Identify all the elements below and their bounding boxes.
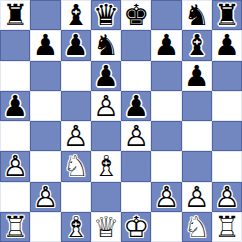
- square-b6[interactable]: [30, 61, 60, 91]
- square-d2[interactable]: [91, 182, 121, 212]
- piece-white-bishop[interactable]: ♝♗: [91, 151, 121, 181]
- square-a1[interactable]: ♜♖: [0, 212, 30, 242]
- piece-black-bishop[interactable]: ♝: [61, 0, 91, 30]
- piece-white-queen[interactable]: ♛♕: [91, 212, 121, 242]
- square-f2[interactable]: ♟♙: [151, 182, 181, 212]
- square-g1[interactable]: ♞♘: [182, 212, 212, 242]
- square-g4[interactable]: [182, 121, 212, 151]
- piece-white-rook[interactable]: ♜♖: [0, 212, 30, 242]
- square-b4[interactable]: [30, 121, 60, 151]
- square-f5[interactable]: [151, 91, 181, 121]
- square-c3[interactable]: ♞♘: [61, 151, 91, 181]
- piece-black-pawn[interactable]: ♟: [151, 30, 181, 60]
- piece-outline-layer: ♗: [61, 212, 91, 242]
- square-d6[interactable]: ♟: [91, 61, 121, 91]
- piece-white-pawn[interactable]: ♟♙: [30, 182, 60, 212]
- square-b7[interactable]: ♟: [30, 30, 60, 60]
- square-e3[interactable]: [121, 151, 151, 181]
- piece-outline-layer: ♘: [61, 151, 91, 181]
- piece-outline-layer: ♙: [182, 182, 212, 212]
- piece-black-rook[interactable]: ♜: [0, 0, 30, 30]
- square-a4[interactable]: [0, 121, 30, 151]
- square-c2[interactable]: [61, 182, 91, 212]
- square-e5[interactable]: ♟: [121, 91, 151, 121]
- piece-white-king[interactable]: ♚♔: [121, 212, 151, 242]
- piece-white-pawn[interactable]: ♟♙: [151, 182, 181, 212]
- square-g8[interactable]: ♞: [182, 0, 212, 30]
- square-f6[interactable]: [151, 61, 181, 91]
- piece-outline-layer: ♕: [91, 212, 121, 242]
- piece-black-bishop[interactable]: ♝: [182, 30, 212, 60]
- piece-white-pawn[interactable]: ♟♙: [212, 182, 242, 212]
- piece-white-pawn[interactable]: ♟♙: [61, 121, 91, 151]
- square-g2[interactable]: ♟♙: [182, 182, 212, 212]
- square-a3[interactable]: ♟♙: [0, 151, 30, 181]
- square-g3[interactable]: [182, 151, 212, 181]
- square-f8[interactable]: [151, 0, 181, 30]
- square-h3[interactable]: [212, 151, 242, 181]
- square-d1[interactable]: ♛♕: [91, 212, 121, 242]
- square-b2[interactable]: ♟♙: [30, 182, 60, 212]
- piece-black-knight[interactable]: ♞: [91, 30, 121, 60]
- piece-white-pawn[interactable]: ♟♙: [182, 182, 212, 212]
- square-e2[interactable]: [121, 182, 151, 212]
- square-c8[interactable]: ♝: [61, 0, 91, 30]
- piece-outline-layer: ♗: [91, 151, 121, 181]
- square-h6[interactable]: [212, 61, 242, 91]
- piece-outline-layer: ♙: [91, 91, 121, 121]
- square-b3[interactable]: [30, 151, 60, 181]
- piece-black-queen[interactable]: ♛: [91, 0, 121, 30]
- piece-black-king[interactable]: ♚: [121, 0, 151, 30]
- square-d3[interactable]: ♝♗: [91, 151, 121, 181]
- piece-outline-layer: ♘: [182, 212, 212, 242]
- square-e4[interactable]: ♟♙: [121, 121, 151, 151]
- square-h4[interactable]: [212, 121, 242, 151]
- piece-white-bishop[interactable]: ♝♗: [61, 212, 91, 242]
- piece-white-pawn[interactable]: ♟♙: [91, 91, 121, 121]
- piece-white-rook[interactable]: ♜♖: [212, 212, 242, 242]
- square-e6[interactable]: [121, 61, 151, 91]
- chess-board: ♜♝♛♚♞♜♟♟♞♟♝♟♟♟♟♟♙♟♟♙♟♙♟♙♞♘♝♗♟♙♟♙♟♙♟♙♜♖♝♗…: [0, 0, 242, 242]
- square-d5[interactable]: ♟♙: [91, 91, 121, 121]
- piece-black-pawn[interactable]: ♟: [121, 91, 151, 121]
- square-d8[interactable]: ♛: [91, 0, 121, 30]
- square-b8[interactable]: [30, 0, 60, 30]
- piece-white-pawn[interactable]: ♟♙: [0, 151, 30, 181]
- piece-black-pawn[interactable]: ♟: [182, 61, 212, 91]
- piece-outline-layer: ♙: [0, 151, 30, 181]
- piece-outline-layer: ♖: [212, 212, 242, 242]
- square-c5[interactable]: [61, 91, 91, 121]
- square-e8[interactable]: ♚: [121, 0, 151, 30]
- square-h7[interactable]: ♟: [212, 30, 242, 60]
- square-c7[interactable]: ♟: [61, 30, 91, 60]
- square-h5[interactable]: [212, 91, 242, 121]
- piece-outline-layer: ♙: [212, 182, 242, 212]
- piece-white-knight[interactable]: ♞♘: [182, 212, 212, 242]
- square-a2[interactable]: [0, 182, 30, 212]
- square-a7[interactable]: [0, 30, 30, 60]
- square-g7[interactable]: ♝: [182, 30, 212, 60]
- square-a6[interactable]: [0, 61, 30, 91]
- square-h2[interactable]: ♟♙: [212, 182, 242, 212]
- piece-white-knight[interactable]: ♞♘: [61, 151, 91, 181]
- piece-black-pawn[interactable]: ♟: [61, 30, 91, 60]
- piece-outline-layer: ♖: [0, 212, 30, 242]
- square-a5[interactable]: ♟: [0, 91, 30, 121]
- square-b5[interactable]: [30, 91, 60, 121]
- piece-white-pawn[interactable]: ♟♙: [121, 121, 151, 151]
- piece-outline-layer: ♙: [61, 121, 91, 151]
- piece-black-pawn[interactable]: ♟: [30, 30, 60, 60]
- square-c1[interactable]: ♝♗: [61, 212, 91, 242]
- piece-outline-layer: ♙: [121, 121, 151, 151]
- piece-outline-layer: ♙: [151, 182, 181, 212]
- piece-black-pawn[interactable]: ♟: [0, 91, 30, 121]
- square-g5[interactable]: [182, 91, 212, 121]
- square-c6[interactable]: [61, 61, 91, 91]
- square-f4[interactable]: [151, 121, 181, 151]
- square-h1[interactable]: ♜♖: [212, 212, 242, 242]
- piece-black-pawn[interactable]: ♟: [91, 61, 121, 91]
- piece-black-knight[interactable]: ♞: [182, 0, 212, 30]
- square-d4[interactable]: [91, 121, 121, 151]
- piece-outline-layer: ♔: [121, 212, 151, 242]
- square-h8[interactable]: ♜: [212, 0, 242, 30]
- piece-outline-layer: ♙: [30, 182, 60, 212]
- square-c4[interactable]: ♟♙: [61, 121, 91, 151]
- square-f1[interactable]: [151, 212, 181, 242]
- square-f3[interactable]: [151, 151, 181, 181]
- square-e1[interactable]: ♚♔: [121, 212, 151, 242]
- square-d7[interactable]: ♞: [91, 30, 121, 60]
- square-f7[interactable]: ♟: [151, 30, 181, 60]
- square-a8[interactable]: ♜: [0, 0, 30, 30]
- piece-black-rook[interactable]: ♜: [212, 0, 242, 30]
- piece-black-pawn[interactable]: ♟: [212, 30, 242, 60]
- square-e7[interactable]: [121, 30, 151, 60]
- square-g6[interactable]: ♟: [182, 61, 212, 91]
- square-b1[interactable]: [30, 212, 60, 242]
